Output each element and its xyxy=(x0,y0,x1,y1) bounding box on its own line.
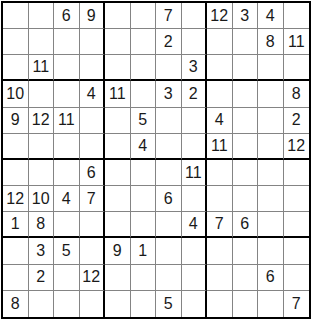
cell-r10c1-empty[interactable] xyxy=(3,238,29,264)
cell-r1c8-empty[interactable] xyxy=(182,3,208,29)
cell-r2c7-given[interactable]: 2 xyxy=(156,29,182,55)
cell-r4c8-given[interactable]: 2 xyxy=(182,81,208,107)
cell-r9c1-given[interactable]: 1 xyxy=(3,212,29,238)
cell-r3c12-empty[interactable] xyxy=(284,55,310,81)
cell-r9c12-empty[interactable] xyxy=(284,212,310,238)
cell-r10c2-given[interactable]: 3 xyxy=(29,238,55,264)
cell-r6c10-empty[interactable] xyxy=(233,134,259,160)
cell-r8c3-given[interactable]: 4 xyxy=(54,186,80,212)
cell-r12c8-empty[interactable] xyxy=(182,291,208,317)
cell-r5c7-empty[interactable] xyxy=(156,108,182,134)
cell-r6c7-empty[interactable] xyxy=(156,134,182,160)
cell-r3c6-empty[interactable] xyxy=(131,55,157,81)
cell-r9c6-empty[interactable] xyxy=(131,212,157,238)
cell-r3c5-empty[interactable] xyxy=(105,55,131,81)
cell-r12c12-given[interactable]: 7 xyxy=(284,291,310,317)
cell-r12c7-given[interactable]: 5 xyxy=(156,291,182,317)
cell-r12c3-empty[interactable] xyxy=(54,291,80,317)
cell-r7c1-empty[interactable] xyxy=(3,160,29,186)
cell-r7c4-given[interactable]: 6 xyxy=(80,160,106,186)
cell-r5c4-empty[interactable] xyxy=(80,108,106,134)
cell-r4c5-given[interactable]: 11 xyxy=(105,81,131,107)
cell-r11c6-empty[interactable] xyxy=(131,265,157,291)
cell-r8c11-empty[interactable] xyxy=(258,186,284,212)
cell-r2c1-empty[interactable] xyxy=(3,29,29,55)
cell-r8c1-given[interactable]: 12 xyxy=(3,186,29,212)
cell-r4c6-empty[interactable] xyxy=(131,81,157,107)
cell-r10c5-given[interactable]: 9 xyxy=(105,238,131,264)
cell-r2c5-empty[interactable] xyxy=(105,29,131,55)
cell-r4c7-given[interactable]: 3 xyxy=(156,81,182,107)
cell-r8c6-empty[interactable] xyxy=(131,186,157,212)
cell-r9c5-empty[interactable] xyxy=(105,212,131,238)
cell-r10c7-empty[interactable] xyxy=(156,238,182,264)
cell-r9c3-empty[interactable] xyxy=(54,212,80,238)
cell-r3c2-given[interactable]: 11 xyxy=(29,55,55,81)
cell-r11c1-empty[interactable] xyxy=(3,265,29,291)
cell-r12c5-empty[interactable] xyxy=(105,291,131,317)
cell-r7c6-empty[interactable] xyxy=(131,160,157,186)
cell-r8c7-given[interactable]: 6 xyxy=(156,186,182,212)
cell-r3c4-empty[interactable] xyxy=(80,55,106,81)
cell-r7c12-empty[interactable] xyxy=(284,160,310,186)
cell-r5c5-empty[interactable] xyxy=(105,108,131,134)
cell-r1c5-empty[interactable] xyxy=(105,3,131,29)
cell-r7c2-empty[interactable] xyxy=(29,160,55,186)
cell-r10c4-empty[interactable] xyxy=(80,238,106,264)
cell-r11c7-empty[interactable] xyxy=(156,265,182,291)
cell-r4c11-empty[interactable] xyxy=(258,81,284,107)
cell-r12c11-empty[interactable] xyxy=(258,291,284,317)
cell-r2c2-empty[interactable] xyxy=(29,29,55,55)
cell-r7c3-empty[interactable] xyxy=(54,160,80,186)
cell-r1c10-given[interactable]: 3 xyxy=(233,3,259,29)
cell-r4c3-empty[interactable] xyxy=(54,81,80,107)
cell-r4c2-empty[interactable] xyxy=(29,81,55,107)
cell-r9c7-empty[interactable] xyxy=(156,212,182,238)
cell-r3c10-empty[interactable] xyxy=(233,55,259,81)
cell-r11c4-given[interactable]: 12 xyxy=(80,265,106,291)
cell-r2c8-empty[interactable] xyxy=(182,29,208,55)
cell-r6c4-empty[interactable] xyxy=(80,134,106,160)
cell-r5c8-empty[interactable] xyxy=(182,108,208,134)
cell-r1c1-empty[interactable] xyxy=(3,3,29,29)
cell-r9c11-empty[interactable] xyxy=(258,212,284,238)
cell-r3c8-given[interactable]: 3 xyxy=(182,55,208,81)
cell-r7c7-empty[interactable] xyxy=(156,160,182,186)
cell-r2c6-empty[interactable] xyxy=(131,29,157,55)
cell-r12c2-empty[interactable] xyxy=(29,291,55,317)
cell-r5c2-given[interactable]: 12 xyxy=(29,108,55,134)
cell-r8c9-empty[interactable] xyxy=(207,186,233,212)
cell-r1c7-given[interactable]: 7 xyxy=(156,3,182,29)
cell-r2c11-given[interactable]: 8 xyxy=(258,29,284,55)
cell-r1c12-empty[interactable] xyxy=(284,3,310,29)
cell-r7c11-empty[interactable] xyxy=(258,160,284,186)
cell-r2c4-empty[interactable] xyxy=(80,29,106,55)
cell-r12c4-empty[interactable] xyxy=(80,291,106,317)
cell-r4c1-given[interactable]: 10 xyxy=(3,81,29,107)
cell-r6c5-empty[interactable] xyxy=(105,134,131,160)
cell-r12c1-given[interactable]: 8 xyxy=(3,291,29,317)
cell-r4c9-empty[interactable] xyxy=(207,81,233,107)
cell-r12c10-empty[interactable] xyxy=(233,291,259,317)
cell-r6c8-empty[interactable] xyxy=(182,134,208,160)
cell-r1c3-given[interactable]: 6 xyxy=(54,3,80,29)
cell-r6c11-empty[interactable] xyxy=(258,134,284,160)
cell-r12c6-empty[interactable] xyxy=(131,291,157,317)
cell-r2c3-empty[interactable] xyxy=(54,29,80,55)
cell-r11c5-empty[interactable] xyxy=(105,265,131,291)
cell-r3c9-empty[interactable] xyxy=(207,55,233,81)
cell-r10c9-empty[interactable] xyxy=(207,238,233,264)
cell-r4c12-given[interactable]: 8 xyxy=(284,81,310,107)
cell-r6c3-empty[interactable] xyxy=(54,134,80,160)
cell-r4c10-empty[interactable] xyxy=(233,81,259,107)
cell-r8c10-empty[interactable] xyxy=(233,186,259,212)
cell-r2c10-empty[interactable] xyxy=(233,29,259,55)
cell-r1c9-given[interactable]: 12 xyxy=(207,3,233,29)
cell-r5c9-given[interactable]: 4 xyxy=(207,108,233,134)
cell-r5c1-given[interactable]: 9 xyxy=(3,108,29,134)
cell-r6c12-given[interactable]: 12 xyxy=(284,134,310,160)
cell-r1c4-given[interactable]: 9 xyxy=(80,3,106,29)
cell-r1c6-empty[interactable] xyxy=(131,3,157,29)
cell-r8c2-given[interactable]: 10 xyxy=(29,186,55,212)
cell-r7c9-empty[interactable] xyxy=(207,160,233,186)
cell-r2c9-empty[interactable] xyxy=(207,29,233,55)
cell-r5c6-given[interactable]: 5 xyxy=(131,108,157,134)
cell-r3c7-empty[interactable] xyxy=(156,55,182,81)
cell-r9c2-given[interactable]: 8 xyxy=(29,212,55,238)
cell-r3c3-empty[interactable] xyxy=(54,55,80,81)
cell-r10c8-empty[interactable] xyxy=(182,238,208,264)
cell-r9c9-given[interactable]: 7 xyxy=(207,212,233,238)
cell-r7c10-empty[interactable] xyxy=(233,160,259,186)
cell-r10c3-given[interactable]: 5 xyxy=(54,238,80,264)
cell-r1c2-empty[interactable] xyxy=(29,3,55,29)
cell-r11c2-given[interactable]: 2 xyxy=(29,265,55,291)
cell-r8c4-given[interactable]: 7 xyxy=(80,186,106,212)
cell-r6c1-empty[interactable] xyxy=(3,134,29,160)
cell-r7c5-empty[interactable] xyxy=(105,160,131,186)
cell-r5c12-given[interactable]: 2 xyxy=(284,108,310,134)
cell-r5c3-given[interactable]: 11 xyxy=(54,108,80,134)
cell-r7c8-given[interactable]: 11 xyxy=(182,160,208,186)
cell-r12c9-empty[interactable] xyxy=(207,291,233,317)
cell-r11c12-empty[interactable] xyxy=(284,265,310,291)
sudoku-board: 6971234281111310411328912115424111261112… xyxy=(1,1,311,319)
cell-r6c2-empty[interactable] xyxy=(29,134,55,160)
cell-r9c10-given[interactable]: 6 xyxy=(233,212,259,238)
cell-r2c12-given[interactable]: 11 xyxy=(284,29,310,55)
cell-r10c10-empty[interactable] xyxy=(233,238,259,264)
cell-r8c12-empty[interactable] xyxy=(284,186,310,212)
cell-r3c11-empty[interactable] xyxy=(258,55,284,81)
cell-r11c10-empty[interactable] xyxy=(233,265,259,291)
cell-r8c8-empty[interactable] xyxy=(182,186,208,212)
cell-r6c6-given[interactable]: 4 xyxy=(131,134,157,160)
cell-r9c4-empty[interactable] xyxy=(80,212,106,238)
cell-r11c11-given[interactable]: 6 xyxy=(258,265,284,291)
cell-r11c3-empty[interactable] xyxy=(54,265,80,291)
cell-r8c5-empty[interactable] xyxy=(105,186,131,212)
cell-r1c11-given[interactable]: 4 xyxy=(258,3,284,29)
cell-r4c4-given[interactable]: 4 xyxy=(80,81,106,107)
sudoku-page: 6971234281111310411328912115424111261112… xyxy=(0,0,312,320)
cell-r3c1-empty[interactable] xyxy=(3,55,29,81)
cell-r11c9-empty[interactable] xyxy=(207,265,233,291)
cell-r9c8-given[interactable]: 4 xyxy=(182,212,208,238)
cell-r10c6-given[interactable]: 1 xyxy=(131,238,157,264)
cell-r6c9-given[interactable]: 11 xyxy=(207,134,233,160)
cell-r5c11-empty[interactable] xyxy=(258,108,284,134)
cell-r10c12-empty[interactable] xyxy=(284,238,310,264)
cell-r5c10-empty[interactable] xyxy=(233,108,259,134)
cell-r10c11-empty[interactable] xyxy=(258,238,284,264)
cell-r11c8-empty[interactable] xyxy=(182,265,208,291)
